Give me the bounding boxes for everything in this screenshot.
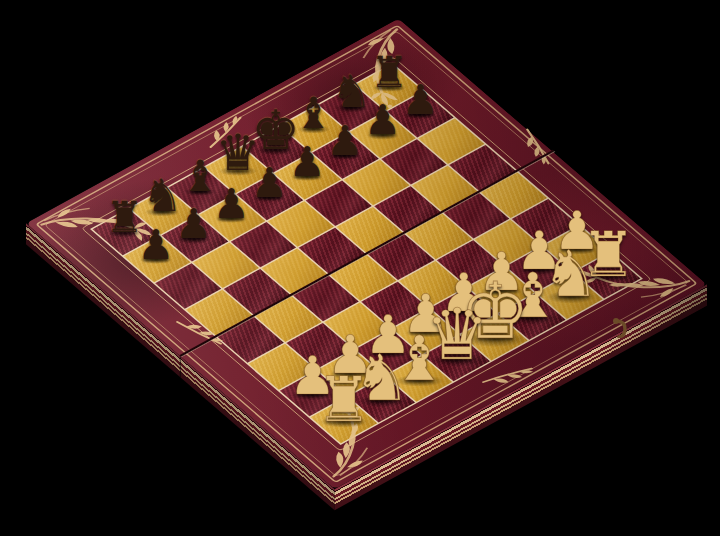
piece-black-pawn-a7[interactable]: ♟ bbox=[137, 225, 174, 266]
piece-black-pawn-d7[interactable]: ♟ bbox=[251, 162, 288, 203]
piece-black-pawn-b7[interactable]: ♟ bbox=[175, 204, 212, 245]
piece-black-pawn-e7[interactable]: ♟ bbox=[289, 141, 326, 182]
piece-black-pawn-h7[interactable]: ♟ bbox=[402, 79, 439, 120]
piece-black-pawn-c7[interactable]: ♟ bbox=[213, 183, 250, 224]
photo-stage: ♜♞♝♛♚♝♞♜♟♟♟♟♟♟♟♟♟♟♟♟♟♟♟♟♜♞♝♛♚♝♞♜ bbox=[0, 0, 720, 536]
piece-black-pawn-f7[interactable]: ♟ bbox=[326, 121, 363, 162]
pieces-layer: ♜♞♝♛♚♝♞♜♟♟♟♟♟♟♟♟♟♟♟♟♟♟♟♟♜♞♝♛♚♝♞♜ bbox=[0, 0, 720, 536]
piece-black-pawn-g7[interactable]: ♟ bbox=[364, 100, 401, 141]
piece-white-rook-a1[interactable]: ♜ bbox=[316, 369, 372, 431]
